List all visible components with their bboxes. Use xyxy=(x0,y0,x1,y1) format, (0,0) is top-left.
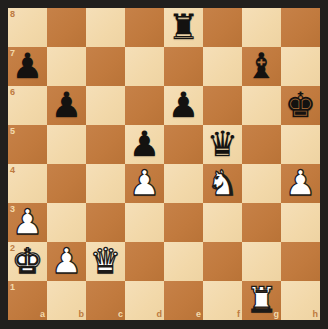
square-c6[interactable] xyxy=(86,86,125,125)
square-a5[interactable]: 5 xyxy=(8,125,47,164)
square-h5[interactable] xyxy=(281,125,320,164)
square-g8[interactable] xyxy=(242,8,281,47)
square-c1[interactable]: c xyxy=(86,281,125,320)
square-h3[interactable] xyxy=(281,203,320,242)
black-pawn[interactable]: ♟ xyxy=(51,86,82,125)
square-b5[interactable] xyxy=(47,125,86,164)
square-f4[interactable]: ♞ xyxy=(203,164,242,203)
white-pawn[interactable]: ♟ xyxy=(285,164,316,203)
square-b1[interactable]: b xyxy=(47,281,86,320)
square-a6[interactable]: 6 xyxy=(8,86,47,125)
square-a1[interactable]: 1a xyxy=(8,281,47,320)
file-label: c xyxy=(118,309,123,319)
square-e8[interactable]: ♜ xyxy=(164,8,203,47)
square-c4[interactable] xyxy=(86,164,125,203)
square-b3[interactable] xyxy=(47,203,86,242)
square-f8[interactable] xyxy=(203,8,242,47)
square-e5[interactable] xyxy=(164,125,203,164)
square-f3[interactable] xyxy=(203,203,242,242)
square-a3[interactable]: 3♟ xyxy=(8,203,47,242)
square-h2[interactable] xyxy=(281,242,320,281)
white-pawn[interactable]: ♟ xyxy=(129,164,160,203)
board-frame: 8♜7♟♝6♟♟♚5♟♛4♟♞♟3♟2♚♟♛1abcdefg♜h xyxy=(0,0,328,329)
file-label: h xyxy=(313,309,319,319)
black-rook[interactable]: ♜ xyxy=(168,8,199,47)
square-e6[interactable]: ♟ xyxy=(164,86,203,125)
square-b8[interactable] xyxy=(47,8,86,47)
square-g5[interactable] xyxy=(242,125,281,164)
rank-label: 1 xyxy=(10,282,15,292)
black-queen[interactable]: ♛ xyxy=(207,125,238,164)
square-b4[interactable] xyxy=(47,164,86,203)
square-f2[interactable] xyxy=(203,242,242,281)
square-d4[interactable]: ♟ xyxy=(125,164,164,203)
black-king[interactable]: ♚ xyxy=(285,86,316,125)
square-a2[interactable]: 2♚ xyxy=(8,242,47,281)
square-e1[interactable]: e xyxy=(164,281,203,320)
square-c7[interactable] xyxy=(86,47,125,86)
file-label: f xyxy=(237,309,240,319)
square-e4[interactable] xyxy=(164,164,203,203)
rank-label: 8 xyxy=(10,9,15,19)
square-h8[interactable] xyxy=(281,8,320,47)
square-g4[interactable] xyxy=(242,164,281,203)
square-g6[interactable] xyxy=(242,86,281,125)
square-c3[interactable] xyxy=(86,203,125,242)
square-f7[interactable] xyxy=(203,47,242,86)
rank-label: 6 xyxy=(10,87,15,97)
rank-label: 4 xyxy=(10,165,15,175)
square-g3[interactable] xyxy=(242,203,281,242)
square-g7[interactable]: ♝ xyxy=(242,47,281,86)
square-a7[interactable]: 7♟ xyxy=(8,47,47,86)
file-label: a xyxy=(40,309,45,319)
square-h6[interactable]: ♚ xyxy=(281,86,320,125)
square-c8[interactable] xyxy=(86,8,125,47)
square-f5[interactable]: ♛ xyxy=(203,125,242,164)
white-pawn[interactable]: ♟ xyxy=(51,242,82,281)
square-d2[interactable] xyxy=(125,242,164,281)
square-d5[interactable]: ♟ xyxy=(125,125,164,164)
square-b2[interactable]: ♟ xyxy=(47,242,86,281)
white-pawn[interactable]: ♟ xyxy=(12,203,43,242)
white-rook[interactable]: ♜ xyxy=(246,281,277,320)
square-c2[interactable]: ♛ xyxy=(86,242,125,281)
square-e3[interactable] xyxy=(164,203,203,242)
square-f6[interactable] xyxy=(203,86,242,125)
square-a8[interactable]: 8 xyxy=(8,8,47,47)
chess-board: 8♜7♟♝6♟♟♚5♟♛4♟♞♟3♟2♚♟♛1abcdefg♜h xyxy=(8,8,320,320)
white-knight[interactable]: ♞ xyxy=(207,164,238,203)
square-d6[interactable] xyxy=(125,86,164,125)
square-d7[interactable] xyxy=(125,47,164,86)
square-h4[interactable]: ♟ xyxy=(281,164,320,203)
square-e7[interactable] xyxy=(164,47,203,86)
black-pawn[interactable]: ♟ xyxy=(129,125,160,164)
square-d8[interactable] xyxy=(125,8,164,47)
square-e2[interactable] xyxy=(164,242,203,281)
square-c5[interactable] xyxy=(86,125,125,164)
rank-label: 5 xyxy=(10,126,15,136)
square-h1[interactable]: h xyxy=(281,281,320,320)
file-label: d xyxy=(157,309,163,319)
white-queen[interactable]: ♛ xyxy=(90,242,121,281)
black-bishop[interactable]: ♝ xyxy=(246,47,277,86)
square-b6[interactable]: ♟ xyxy=(47,86,86,125)
square-g1[interactable]: g♜ xyxy=(242,281,281,320)
square-h7[interactable] xyxy=(281,47,320,86)
square-f1[interactable]: f xyxy=(203,281,242,320)
file-label: b xyxy=(79,309,85,319)
square-d3[interactable] xyxy=(125,203,164,242)
square-b7[interactable] xyxy=(47,47,86,86)
square-g2[interactable] xyxy=(242,242,281,281)
file-label: e xyxy=(196,309,201,319)
square-d1[interactable]: d xyxy=(125,281,164,320)
white-king[interactable]: ♚ xyxy=(12,242,43,281)
black-pawn[interactable]: ♟ xyxy=(168,86,199,125)
black-pawn[interactable]: ♟ xyxy=(12,47,43,86)
square-a4[interactable]: 4 xyxy=(8,164,47,203)
